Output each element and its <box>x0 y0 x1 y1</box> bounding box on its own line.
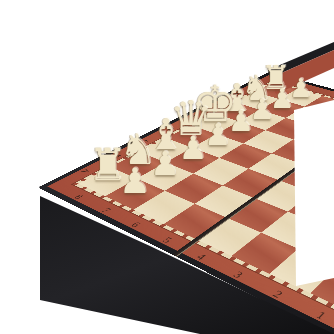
white-pawn-b7: ♟ <box>150 144 180 183</box>
white-pawn-c7: ♟ <box>179 129 208 167</box>
chess-set-photo: 87654321ABCDEFGH ♜♞♝♛♚♝♞♜♟♟♟♟♟♟♟♟ <box>0 0 334 334</box>
white-pawn-d7: ♟ <box>205 117 232 152</box>
white-pawn-a7: ♟ <box>119 161 150 201</box>
white-pawn-e7: ♟ <box>228 104 254 138</box>
